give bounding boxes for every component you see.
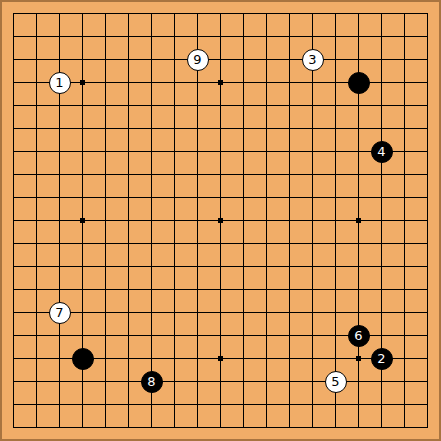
stone-black-6: 6 — [348, 325, 370, 347]
star-point — [356, 218, 361, 223]
star-point — [218, 356, 223, 361]
star-point — [218, 218, 223, 223]
stone-white-1: 1 — [49, 72, 71, 94]
stone-white-7: 7 — [49, 302, 71, 324]
star-point — [218, 80, 223, 85]
star-point — [80, 218, 85, 223]
stone-white-9: 9 — [187, 49, 209, 71]
star-point — [356, 356, 361, 361]
stone-black-2: 2 — [371, 348, 393, 370]
stone-black-D4 — [72, 348, 94, 370]
board-grid: 123456789 — [2, 2, 439, 439]
go-board: 123456789 — [0, 0, 441, 441]
stone-black-Q16 — [348, 72, 370, 94]
stone-black-4: 4 — [371, 141, 393, 163]
stone-white-3: 3 — [302, 49, 324, 71]
stone-black-8: 8 — [141, 371, 163, 393]
star-point — [80, 80, 85, 85]
stone-white-5: 5 — [325, 371, 347, 393]
